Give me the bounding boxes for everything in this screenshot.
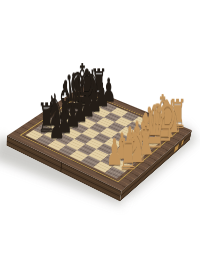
fold-seam [60, 162, 62, 173]
product-photo: ♜♞♝♛♚♝♞♜♟♟♟♟♟♟♟♟♟♟♟♟♟♟♟♟♜♞♝♛♚♝♞♜ [0, 0, 200, 267]
square-f4 [107, 122, 125, 132]
brass-hinge-icon [181, 139, 184, 146]
scene: ♜♞♝♛♚♝♞♜♟♟♟♟♟♟♟♟♟♟♟♟♟♟♟♟♜♞♝♛♚♝♞♜ [0, 0, 200, 267]
brass-hinge-icon [174, 143, 180, 153]
square-d5 [81, 128, 100, 138]
square-f2: ♟ [130, 132, 149, 143]
chess-board: ♜♞♝♛♚♝♞♜♟♟♟♟♟♟♟♟♟♟♟♟♟♟♟♟♜♞♝♛♚♝♞♜ [7, 86, 192, 191]
